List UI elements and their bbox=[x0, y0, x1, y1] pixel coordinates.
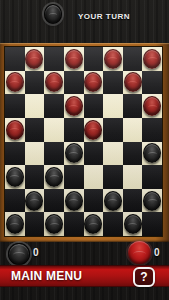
square-r8c1[interactable] bbox=[5, 212, 25, 236]
square-r5c8[interactable] bbox=[142, 142, 162, 166]
red-piece[interactable] bbox=[84, 72, 102, 92]
square-r3c4[interactable] bbox=[64, 94, 84, 118]
black-piece[interactable] bbox=[143, 143, 161, 163]
square-r6c1[interactable] bbox=[5, 165, 25, 189]
red-piece[interactable] bbox=[6, 120, 24, 140]
black-piece[interactable] bbox=[84, 214, 102, 234]
square-r2c1[interactable] bbox=[5, 71, 25, 95]
square-r8c7[interactable] bbox=[123, 212, 143, 236]
square-r1c1[interactable] bbox=[5, 47, 25, 71]
square-r7c3[interactable] bbox=[44, 189, 64, 213]
square-r2c8[interactable] bbox=[142, 71, 162, 95]
square-r5c6[interactable] bbox=[103, 142, 123, 166]
square-r4c5[interactable] bbox=[84, 118, 104, 142]
square-r7c8[interactable] bbox=[142, 189, 162, 213]
square-r2c4[interactable] bbox=[64, 71, 84, 95]
square-r2c3[interactable] bbox=[44, 71, 64, 95]
black-piece[interactable] bbox=[124, 214, 142, 234]
square-r6c5[interactable] bbox=[84, 165, 104, 189]
captured-red-checker-icon bbox=[128, 241, 151, 264]
help-button[interactable]: ? bbox=[133, 267, 155, 287]
captured-black-checker-icon bbox=[8, 243, 30, 265]
red-piece[interactable] bbox=[65, 49, 83, 69]
square-r3c8[interactable] bbox=[142, 94, 162, 118]
square-r1c3[interactable] bbox=[44, 47, 64, 71]
black-captured-count: 0 bbox=[33, 247, 39, 258]
square-r7c6[interactable] bbox=[103, 189, 123, 213]
square-r8c4[interactable] bbox=[64, 212, 84, 236]
square-r6c6[interactable] bbox=[103, 165, 123, 189]
square-r1c7[interactable] bbox=[123, 47, 143, 71]
square-r3c7[interactable] bbox=[123, 94, 143, 118]
red-piece[interactable] bbox=[65, 96, 83, 116]
square-r3c5[interactable] bbox=[84, 94, 104, 118]
square-r5c1[interactable] bbox=[5, 142, 25, 166]
square-r3c2[interactable] bbox=[25, 94, 45, 118]
black-piece[interactable] bbox=[65, 143, 83, 163]
square-r6c4[interactable] bbox=[64, 165, 84, 189]
red-piece[interactable] bbox=[104, 49, 122, 69]
board-frame bbox=[0, 43, 169, 242]
black-piece[interactable] bbox=[143, 191, 161, 211]
square-r6c7[interactable] bbox=[123, 165, 143, 189]
square-r7c4[interactable] bbox=[64, 189, 84, 213]
square-r6c3[interactable] bbox=[44, 165, 64, 189]
red-piece[interactable] bbox=[143, 96, 161, 116]
red-piece[interactable] bbox=[45, 72, 63, 92]
black-piece[interactable] bbox=[65, 191, 83, 211]
square-r2c5[interactable] bbox=[84, 71, 104, 95]
square-r3c1[interactable] bbox=[5, 94, 25, 118]
square-r4c2[interactable] bbox=[25, 118, 45, 142]
red-piece[interactable] bbox=[124, 72, 142, 92]
square-r4c1[interactable] bbox=[5, 118, 25, 142]
black-checker-turn-icon bbox=[44, 4, 62, 24]
square-r5c2[interactable] bbox=[25, 142, 45, 166]
red-piece[interactable] bbox=[84, 120, 102, 140]
square-r7c7[interactable] bbox=[123, 189, 143, 213]
square-r4c6[interactable] bbox=[103, 118, 123, 142]
square-r4c7[interactable] bbox=[123, 118, 143, 142]
black-piece[interactable] bbox=[25, 191, 43, 211]
square-r6c8[interactable] bbox=[142, 165, 162, 189]
square-r7c1[interactable] bbox=[5, 189, 25, 213]
app-background: YOUR TURN 0 0 MAIN MENU ? bbox=[0, 0, 169, 300]
main-menu-button[interactable]: MAIN MENU bbox=[11, 269, 82, 283]
red-piece[interactable] bbox=[6, 72, 24, 92]
square-r5c4[interactable] bbox=[64, 142, 84, 166]
red-captured-count: 0 bbox=[154, 247, 160, 258]
square-r8c6[interactable] bbox=[103, 212, 123, 236]
red-piece[interactable] bbox=[143, 49, 161, 69]
square-r6c2[interactable] bbox=[25, 165, 45, 189]
square-r5c7[interactable] bbox=[123, 142, 143, 166]
square-r1c4[interactable] bbox=[64, 47, 84, 71]
square-r3c3[interactable] bbox=[44, 94, 64, 118]
red-piece[interactable] bbox=[25, 49, 43, 69]
black-piece[interactable] bbox=[45, 214, 63, 234]
question-mark-icon: ? bbox=[140, 270, 147, 284]
game-board[interactable] bbox=[4, 46, 163, 237]
black-piece[interactable] bbox=[6, 167, 24, 187]
square-r7c5[interactable] bbox=[84, 189, 104, 213]
square-r1c6[interactable] bbox=[103, 47, 123, 71]
square-r1c2[interactable] bbox=[25, 47, 45, 71]
square-r8c5[interactable] bbox=[84, 212, 104, 236]
square-r8c8[interactable] bbox=[142, 212, 162, 236]
square-r5c5[interactable] bbox=[84, 142, 104, 166]
square-r4c3[interactable] bbox=[44, 118, 64, 142]
square-r1c5[interactable] bbox=[84, 47, 104, 71]
square-r3c6[interactable] bbox=[103, 94, 123, 118]
square-r8c3[interactable] bbox=[44, 212, 64, 236]
square-r2c2[interactable] bbox=[25, 71, 45, 95]
black-piece[interactable] bbox=[104, 191, 122, 211]
square-r5c3[interactable] bbox=[44, 142, 64, 166]
square-r7c2[interactable] bbox=[25, 189, 45, 213]
square-r4c4[interactable] bbox=[64, 118, 84, 142]
square-r2c7[interactable] bbox=[123, 71, 143, 95]
black-piece[interactable] bbox=[45, 167, 63, 187]
turn-status-text: YOUR TURN bbox=[78, 12, 130, 21]
square-r8c2[interactable] bbox=[25, 212, 45, 236]
square-r1c8[interactable] bbox=[142, 47, 162, 71]
square-r4c8[interactable] bbox=[142, 118, 162, 142]
square-r2c6[interactable] bbox=[103, 71, 123, 95]
black-piece[interactable] bbox=[6, 214, 24, 234]
